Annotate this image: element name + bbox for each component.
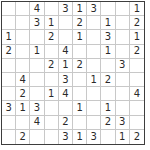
cell-r10c5: 3 <box>59 130 73 144</box>
cell-r8c6: 1 <box>73 101 87 115</box>
cell-r6c5: 3 <box>59 73 73 87</box>
cell-r7c8[interactable] <box>101 87 115 101</box>
cell-r10c3[interactable] <box>30 130 44 144</box>
cell-r6c10[interactable] <box>130 73 144 87</box>
cell-r6c2: 4 <box>16 73 30 87</box>
cell-r2c4: 1 <box>45 16 59 30</box>
cell-r9c10[interactable] <box>130 116 144 130</box>
cell-r3c6: 1 <box>73 30 87 44</box>
cell-r10c10: 2 <box>130 130 144 144</box>
cell-r1c7: 3 <box>87 2 101 16</box>
cell-r8c9[interactable] <box>116 101 130 115</box>
cell-r1c3: 4 <box>30 2 44 16</box>
cell-r9c4[interactable] <box>45 116 59 130</box>
cell-r1c4[interactable] <box>45 2 59 16</box>
cell-r10c8[interactable] <box>101 130 115 144</box>
cell-r3c7[interactable] <box>87 30 101 44</box>
cell-r8c10[interactable] <box>130 101 144 115</box>
cell-r5c3[interactable] <box>30 59 44 73</box>
cell-r3c1: 1 <box>2 30 16 44</box>
cell-r5c7[interactable] <box>87 59 101 73</box>
cell-r5c1[interactable] <box>2 59 16 73</box>
cell-r2c10: 2 <box>130 16 144 30</box>
cell-r3c4: 2 <box>45 30 59 44</box>
cell-r8c4[interactable] <box>45 101 59 115</box>
cell-r7c6[interactable] <box>73 87 87 101</box>
cell-r4c7[interactable] <box>87 45 101 59</box>
cell-r1c8[interactable] <box>101 2 115 16</box>
cell-r4c3: 1 <box>30 45 44 59</box>
cell-r4c8: 1 <box>101 45 115 59</box>
cell-r10c9: 1 <box>116 130 130 144</box>
cell-r7c5: 4 <box>59 87 73 101</box>
cell-r5c10[interactable] <box>130 59 144 73</box>
cell-r8c1: 3 <box>2 101 16 115</box>
cell-r6c9[interactable] <box>116 73 130 87</box>
cell-r2c9[interactable] <box>116 16 130 30</box>
cell-r5c5: 1 <box>59 59 73 73</box>
puzzle-board: 4313131212121312141221234312214431311422… <box>1 1 145 145</box>
cell-r7c1[interactable] <box>2 87 16 101</box>
cell-r4c1: 2 <box>2 45 16 59</box>
cell-r7c7[interactable] <box>87 87 101 101</box>
cell-r8c2: 1 <box>16 101 30 115</box>
cell-r6c4[interactable] <box>45 73 59 87</box>
cell-r6c8: 2 <box>101 73 115 87</box>
cell-r2c8: 1 <box>101 16 115 30</box>
cell-r1c9[interactable] <box>116 2 130 16</box>
cell-r4c2[interactable] <box>16 45 30 59</box>
cell-r7c3[interactable] <box>30 87 44 101</box>
cell-r5c8[interactable] <box>101 59 115 73</box>
cell-r9c1[interactable] <box>2 116 16 130</box>
cell-r6c1[interactable] <box>2 73 16 87</box>
cell-r3c10: 1 <box>130 30 144 44</box>
cell-r5c2[interactable] <box>16 59 30 73</box>
cell-r2c6: 2 <box>73 16 87 30</box>
cell-r8c8: 1 <box>101 101 115 115</box>
cell-r8c7[interactable] <box>87 101 101 115</box>
cell-r10c1[interactable] <box>2 130 16 144</box>
cell-r3c3[interactable] <box>30 30 44 44</box>
cell-r9c2[interactable] <box>16 116 30 130</box>
cell-r5c6: 2 <box>73 59 87 73</box>
cell-r4c9[interactable] <box>116 45 130 59</box>
cell-r4c5: 4 <box>59 45 73 59</box>
cell-r1c10: 1 <box>130 2 144 16</box>
cell-r4c10: 2 <box>130 45 144 59</box>
cell-r3c2[interactable] <box>16 30 30 44</box>
cell-r9c8: 2 <box>101 116 115 130</box>
cell-r10c7: 3 <box>87 130 101 144</box>
cell-r3c9[interactable] <box>116 30 130 44</box>
cell-r9c3: 4 <box>30 116 44 130</box>
cell-r2c2[interactable] <box>16 16 30 30</box>
cell-r8c5[interactable] <box>59 101 73 115</box>
cell-r2c7[interactable] <box>87 16 101 30</box>
cell-r9c5: 2 <box>59 116 73 130</box>
cell-r10c6: 1 <box>73 130 87 144</box>
cell-r2c5[interactable] <box>59 16 73 30</box>
cell-r7c10: 4 <box>130 87 144 101</box>
cell-r6c3[interactable] <box>30 73 44 87</box>
cell-r2c1[interactable] <box>2 16 16 30</box>
cell-r7c4: 1 <box>45 87 59 101</box>
cell-r1c1[interactable] <box>2 2 16 16</box>
cell-r9c7[interactable] <box>87 116 101 130</box>
cell-r4c4[interactable] <box>45 45 59 59</box>
cell-r6c7: 1 <box>87 73 101 87</box>
cell-r7c2: 2 <box>16 87 30 101</box>
cell-r3c5[interactable] <box>59 30 73 44</box>
cell-r6c6[interactable] <box>73 73 87 87</box>
cell-r5c9: 3 <box>116 59 130 73</box>
cell-r10c4[interactable] <box>45 130 59 144</box>
cell-r3c8: 3 <box>101 30 115 44</box>
cell-r1c2[interactable] <box>16 2 30 16</box>
cell-r5c4: 2 <box>45 59 59 73</box>
cell-r9c6[interactable] <box>73 116 87 130</box>
cell-r1c5: 3 <box>59 2 73 16</box>
cell-r8c3: 3 <box>30 101 44 115</box>
cell-r1c6: 1 <box>73 2 87 16</box>
cell-r2c3: 3 <box>30 16 44 30</box>
cell-r4c6[interactable] <box>73 45 87 59</box>
cell-r9c9: 3 <box>116 116 130 130</box>
cell-r10c2: 2 <box>16 130 30 144</box>
cell-r7c9[interactable] <box>116 87 130 101</box>
